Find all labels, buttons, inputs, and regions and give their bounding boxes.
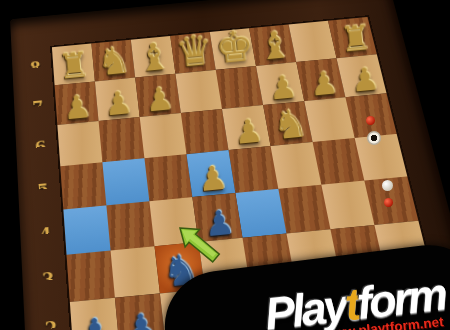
gold-pawn[interactable]: ♟: [143, 82, 174, 116]
square-h7[interactable]: ♟: [337, 54, 387, 97]
square-e5[interactable]: [229, 146, 279, 193]
square-d7[interactable]: [175, 70, 222, 113]
lower-white-light: [382, 180, 393, 191]
gold-pawn[interactable]: ♟: [266, 70, 297, 104]
rank-label-2: 2: [35, 303, 67, 330]
square-a4[interactable]: [63, 205, 110, 254]
gold-knight[interactable]: ♞: [95, 40, 132, 81]
square-g4[interactable]: [321, 181, 374, 230]
game-screen: 87654321 ♜♞♝♛♚♝♜♟♟♟♟♟♟♟♞♟♟♞♟♟♟♟♟♟♟♜♝♛♚♝♞…: [0, 0, 450, 330]
rank-label-3: 3: [33, 255, 64, 305]
square-f8[interactable]: ♝: [249, 25, 296, 66]
square-e4[interactable]: [235, 189, 286, 238]
square-d5[interactable]: ♟: [186, 150, 235, 197]
lower-red-light: [384, 198, 393, 207]
square-e8[interactable]: ♚: [210, 28, 256, 69]
square-f6[interactable]: ♞: [263, 101, 312, 146]
square-h8[interactable]: ♜: [328, 17, 377, 58]
square-e6[interactable]: ♟: [222, 105, 271, 150]
square-b4[interactable]: [106, 201, 154, 250]
square-d8[interactable]: ♛: [170, 32, 215, 74]
rank-label-7: 7: [24, 84, 53, 130]
gold-bishop[interactable]: ♝: [135, 37, 172, 78]
gold-pawn[interactable]: ♟: [308, 66, 339, 100]
square-c5[interactable]: [144, 154, 192, 201]
square-a3[interactable]: [67, 251, 115, 303]
gold-knight[interactable]: ♞: [270, 103, 309, 145]
gold-pawn[interactable]: ♟: [61, 90, 92, 124]
gold-pawn[interactable]: ♟: [232, 114, 264, 149]
square-a7[interactable]: ♟: [55, 81, 99, 125]
gold-pawn[interactable]: ♟: [349, 62, 380, 96]
upper-red-light: [366, 116, 375, 125]
blue-pawn[interactable]: ♟: [123, 308, 158, 330]
square-a6[interactable]: [57, 121, 102, 166]
gold-queen[interactable]: ♛: [173, 29, 214, 74]
rank-label-6: 6: [26, 124, 55, 171]
watermark-brand-play: Play: [263, 280, 349, 330]
square-b6[interactable]: [99, 117, 145, 162]
square-c6[interactable]: [140, 113, 187, 158]
square-g5[interactable]: [313, 138, 365, 185]
blue-pawn[interactable]: ♟: [77, 313, 112, 330]
upper-white-ring-light: [367, 131, 381, 145]
square-b2[interactable]: ♟: [115, 293, 166, 330]
square-h5[interactable]: [355, 134, 408, 181]
square-b3[interactable]: [111, 246, 160, 297]
square-b7[interactable]: ♟: [95, 78, 140, 121]
gold-pawn[interactable]: ♟: [102, 86, 133, 120]
square-b5[interactable]: [102, 158, 149, 205]
gold-pawn[interactable]: ♟: [196, 161, 229, 197]
rank-label-5: 5: [28, 165, 58, 213]
gold-rook[interactable]: ♜: [56, 47, 90, 85]
square-a5[interactable]: [60, 162, 106, 209]
square-c7[interactable]: ♟: [135, 74, 181, 117]
cursor-arrow: [176, 224, 224, 268]
square-b8[interactable]: ♞: [91, 40, 135, 82]
square-a8[interactable]: ♜: [52, 43, 95, 85]
square-e7[interactable]: [216, 66, 263, 109]
gold-bishop[interactable]: ♝: [256, 25, 293, 66]
square-a2[interactable]: ♟: [70, 298, 120, 330]
gold-king[interactable]: ♚: [213, 24, 255, 70]
square-c8[interactable]: ♝: [131, 36, 176, 78]
square-d6[interactable]: [181, 109, 229, 154]
gold-rook[interactable]: ♜: [338, 20, 372, 58]
rank-label-4: 4: [30, 209, 61, 258]
